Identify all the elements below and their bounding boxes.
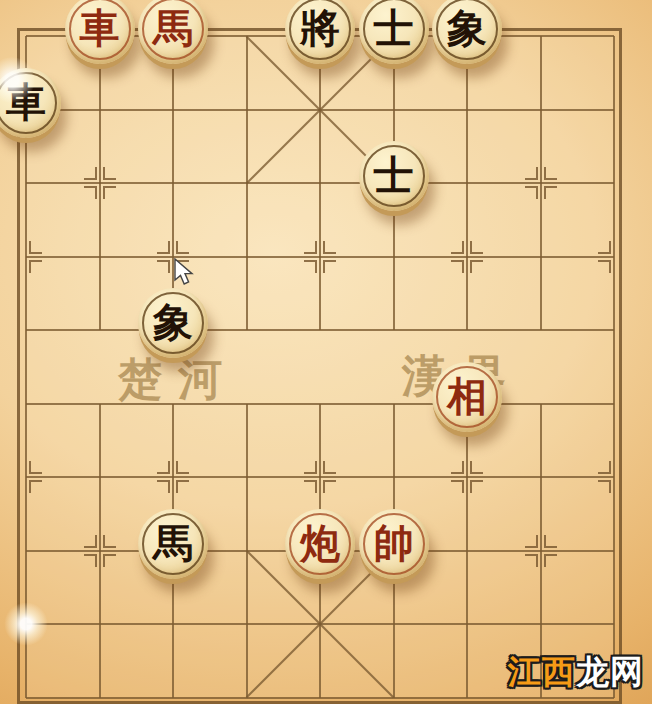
point-marker bbox=[302, 459, 338, 495]
piece-glyph: 象 bbox=[138, 287, 208, 357]
piece-glyph: 車 bbox=[65, 0, 135, 63]
piece-black-elephant-1[interactable]: 象 bbox=[432, 0, 502, 64]
piece-red-general[interactable]: 帥 bbox=[359, 509, 429, 579]
point-marker bbox=[302, 239, 338, 275]
highlight-dot bbox=[4, 602, 48, 646]
piece-red-chariot[interactable]: 車 bbox=[65, 0, 135, 64]
river-label-left: 楚河 bbox=[108, 350, 248, 409]
piece-red-horse[interactable]: 馬 bbox=[138, 0, 208, 64]
watermark: 江西龙网 bbox=[508, 650, 644, 695]
piece-glyph: 將 bbox=[285, 0, 355, 63]
piece-glyph: 相 bbox=[432, 361, 502, 431]
point-marker bbox=[449, 459, 485, 495]
point-marker bbox=[82, 533, 118, 569]
point-marker bbox=[523, 165, 559, 201]
piece-glyph: 帥 bbox=[359, 508, 429, 578]
grid-line bbox=[466, 36, 468, 330]
piece-black-advisor-1[interactable]: 士 bbox=[359, 0, 429, 64]
point-marker bbox=[596, 239, 632, 275]
piece-glyph: 士 bbox=[359, 0, 429, 63]
piece-red-elephant[interactable]: 相 bbox=[432, 362, 502, 432]
point-marker bbox=[596, 459, 632, 495]
piece-glyph: 士 bbox=[359, 140, 429, 210]
mouse-cursor-icon bbox=[174, 258, 194, 286]
piece-glyph: 馬 bbox=[138, 0, 208, 63]
point-marker bbox=[8, 239, 44, 275]
piece-black-elephant-2[interactable]: 象 bbox=[138, 288, 208, 358]
watermark-white-text: 龙网 bbox=[576, 652, 644, 691]
piece-black-horse[interactable]: 馬 bbox=[138, 509, 208, 579]
point-marker bbox=[155, 459, 191, 495]
piece-glyph: 炮 bbox=[285, 508, 355, 578]
grid-line bbox=[466, 404, 468, 698]
piece-glyph: 馬 bbox=[138, 508, 208, 578]
piece-black-general[interactable]: 將 bbox=[285, 0, 355, 64]
grid-line bbox=[319, 36, 321, 330]
xiangqi-board[interactable]: 楚河 漢界 江西龙网 車馬將士象車士象相馬炮帥 bbox=[0, 0, 652, 704]
grid-line bbox=[613, 36, 615, 698]
piece-red-cannon[interactable]: 炮 bbox=[285, 509, 355, 579]
point-marker bbox=[449, 239, 485, 275]
piece-glyph: 象 bbox=[432, 0, 502, 63]
point-marker bbox=[82, 165, 118, 201]
point-marker bbox=[523, 533, 559, 569]
watermark-orange-text: 江西 bbox=[508, 652, 576, 691]
piece-black-advisor-2[interactable]: 士 bbox=[359, 141, 429, 211]
point-marker bbox=[8, 459, 44, 495]
